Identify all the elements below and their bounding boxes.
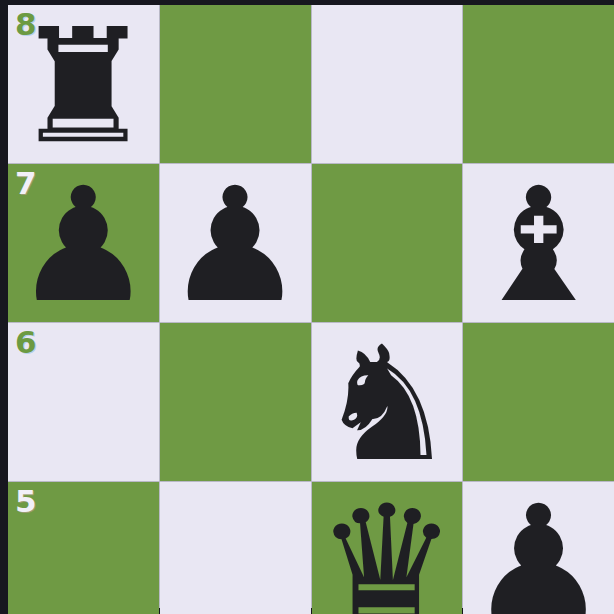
square-d5[interactable]: ♟ xyxy=(463,482,614,614)
square-a7[interactable]: 7♟ xyxy=(8,164,159,322)
black-pawn-piece[interactable]: ♟ xyxy=(13,166,155,324)
square-b7[interactable]: ♟ xyxy=(160,164,311,322)
black-knight-piece[interactable]: ♞ xyxy=(316,325,458,483)
square-b5[interactable] xyxy=(160,482,311,614)
square-a8[interactable]: 8♜ xyxy=(8,5,159,163)
rank-label-6: 6 xyxy=(15,325,37,359)
black-queen-piece[interactable]: ♛ xyxy=(316,484,458,614)
square-c5[interactable]: ♛ xyxy=(312,482,463,614)
square-c7[interactable] xyxy=(312,164,463,322)
black-pawn-piece[interactable]: ♟ xyxy=(164,166,306,324)
square-d8[interactable] xyxy=(463,5,614,163)
square-b8[interactable] xyxy=(160,5,311,163)
square-b6[interactable] xyxy=(160,323,311,481)
chess-board: 8♜7♟♟♝6♞5♛♟ xyxy=(8,5,614,608)
square-a5[interactable]: 5 xyxy=(8,482,159,614)
black-pawn-piece[interactable]: ♟ xyxy=(468,484,610,614)
square-c6[interactable]: ♞ xyxy=(312,323,463,481)
black-rook-piece[interactable]: ♜ xyxy=(13,7,155,165)
rank-label-5: 5 xyxy=(15,484,37,518)
square-d6[interactable] xyxy=(463,323,614,481)
black-bishop-piece[interactable]: ♝ xyxy=(468,166,610,324)
square-a6[interactable]: 6 xyxy=(8,323,159,481)
square-c8[interactable] xyxy=(312,5,463,163)
square-d7[interactable]: ♝ xyxy=(463,164,614,322)
